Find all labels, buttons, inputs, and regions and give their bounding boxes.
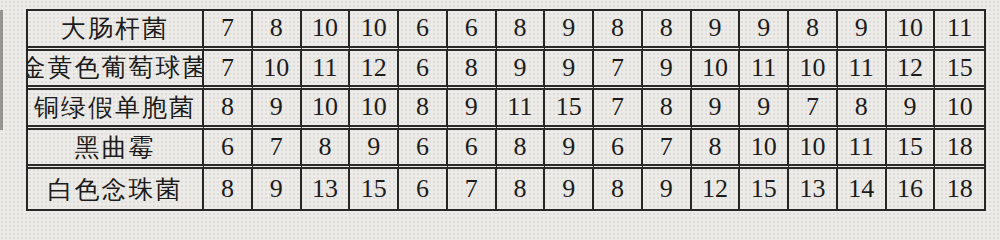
value-cell: 6 — [399, 169, 448, 209]
value-cell: 7 — [204, 11, 253, 51]
value-cell: 15 — [740, 169, 789, 209]
value-cell: 6 — [399, 51, 448, 91]
value-cell: 11 — [497, 90, 546, 130]
value-cell: 9 — [643, 169, 692, 209]
value-cell: 13 — [302, 169, 351, 209]
value-cell: 15 — [887, 130, 936, 170]
value-cell: 7 — [253, 130, 302, 170]
value-cell: 8 — [497, 11, 546, 51]
value-cell: 9 — [545, 130, 594, 170]
value-cell: 10 — [302, 90, 351, 130]
row-label: 大肠杆菌 — [28, 11, 204, 51]
value-cell: 16 — [887, 169, 936, 209]
value-cell: 12 — [692, 169, 741, 209]
value-cell: 8 — [497, 169, 546, 209]
value-cell: 6 — [204, 130, 253, 170]
value-cell: 9 — [838, 11, 887, 51]
value-cell: 6 — [399, 11, 448, 51]
value-cell: 18 — [935, 169, 984, 209]
value-cell: 11 — [740, 51, 789, 91]
value-cell: 8 — [497, 130, 546, 170]
value-cell: 8 — [643, 11, 692, 51]
value-cell: 10 — [935, 90, 984, 130]
value-cell: 9 — [887, 90, 936, 130]
row-label: 金黄色葡萄球菌 — [28, 51, 204, 91]
value-cell: 11 — [838, 51, 887, 91]
value-cell: 10 — [887, 11, 936, 51]
value-cell: 12 — [887, 51, 936, 91]
value-cell: 11 — [935, 11, 984, 51]
value-cell: 10 — [253, 51, 302, 91]
value-cell: 9 — [545, 11, 594, 51]
value-cell: 8 — [692, 130, 741, 170]
value-cell: 10 — [789, 51, 838, 91]
value-cell: 8 — [204, 90, 253, 130]
value-cell: 7 — [448, 169, 497, 209]
value-cell: 6 — [399, 130, 448, 170]
value-cell: 9 — [740, 11, 789, 51]
row-label: 黑曲霉 — [28, 130, 204, 170]
value-cell: 10 — [740, 130, 789, 170]
antimicrobial-results-table: 大肠杆菌78101066898899891011金黄色葡萄球菌710111268… — [26, 9, 986, 211]
value-cell: 8 — [399, 90, 448, 130]
value-cell: 7 — [643, 130, 692, 170]
value-cell: 13 — [789, 169, 838, 209]
value-cell: 7 — [594, 51, 643, 91]
value-cell: 12 — [350, 51, 399, 91]
value-cell: 9 — [545, 51, 594, 91]
value-cell: 9 — [740, 90, 789, 130]
value-cell: 8 — [594, 11, 643, 51]
scan-edge-artifact — [0, 10, 3, 130]
value-cell: 10 — [350, 90, 399, 130]
value-cell: 9 — [253, 90, 302, 130]
value-cell: 10 — [350, 11, 399, 51]
value-cell: 7 — [789, 90, 838, 130]
value-cell: 11 — [302, 51, 351, 91]
value-cell: 10 — [692, 51, 741, 91]
value-cell: 15 — [935, 51, 984, 91]
value-cell: 9 — [692, 11, 741, 51]
value-cell: 8 — [302, 130, 351, 170]
value-cell: 8 — [253, 11, 302, 51]
value-cell: 9 — [643, 51, 692, 91]
value-cell: 9 — [692, 90, 741, 130]
value-cell: 11 — [838, 130, 887, 170]
value-cell: 7 — [594, 90, 643, 130]
value-cell: 9 — [253, 169, 302, 209]
value-cell: 7 — [204, 51, 253, 91]
value-cell: 6 — [448, 11, 497, 51]
value-cell: 8 — [789, 11, 838, 51]
value-cell: 8 — [838, 90, 887, 130]
value-cell: 10 — [789, 130, 838, 170]
value-cell: 6 — [448, 130, 497, 170]
value-cell: 14 — [838, 169, 887, 209]
value-cell: 9 — [448, 90, 497, 130]
row-label: 白色念珠菌 — [28, 169, 204, 209]
value-cell: 10 — [302, 11, 351, 51]
value-cell: 8 — [204, 169, 253, 209]
value-cell: 8 — [594, 169, 643, 209]
value-cell: 8 — [448, 51, 497, 91]
value-cell: 8 — [643, 90, 692, 130]
value-cell: 9 — [497, 51, 546, 91]
row-label: 铜绿假单胞菌 — [28, 90, 204, 130]
value-cell: 9 — [350, 130, 399, 170]
value-cell: 9 — [545, 169, 594, 209]
value-cell: 15 — [350, 169, 399, 209]
value-cell: 6 — [594, 130, 643, 170]
value-cell: 18 — [935, 130, 984, 170]
value-cell: 15 — [545, 90, 594, 130]
